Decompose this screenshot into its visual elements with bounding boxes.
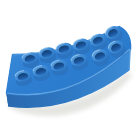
product-image bbox=[0, 0, 135, 135]
duplo-plate-illustration bbox=[0, 0, 135, 135]
